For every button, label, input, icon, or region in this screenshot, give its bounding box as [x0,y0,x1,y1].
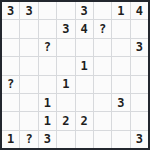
cell-r5c5[interactable] [76,76,93,93]
cell-r4c4[interactable] [57,57,74,74]
cell-r8c3[interactable]: 3 [39,131,56,148]
cell-r8c7[interactable] [112,131,129,148]
cell-r4c2[interactable] [20,57,37,74]
cell-r3c3[interactable]: ? [39,39,56,56]
cell-r6c7[interactable]: 3 [112,94,129,111]
cell-r7c4[interactable]: 2 [57,112,74,129]
cell-r3c2[interactable] [20,39,37,56]
cell-r5c2[interactable] [20,76,37,93]
cell-r2c3[interactable] [39,20,56,37]
cell-r2c5[interactable]: 4 [76,20,93,37]
cell-r1c5[interactable]: 3 [76,2,93,19]
cell-r6c6[interactable] [94,94,111,111]
cell-r5c6[interactable] [94,76,111,93]
cell-r4c3[interactable] [39,57,56,74]
cell-r1c8[interactable]: 4 [131,2,148,19]
cell-r1c6[interactable] [94,2,111,19]
cell-r5c3[interactable] [39,76,56,93]
cell-r7c5[interactable]: 2 [76,112,93,129]
cell-r1c7[interactable]: 1 [112,2,129,19]
cell-r2c1[interactable] [2,20,19,37]
cell-r8c4[interactable] [57,131,74,148]
cell-r6c4[interactable] [57,94,74,111]
cell-r4c8[interactable] [131,57,148,74]
cell-r2c2[interactable] [20,20,37,37]
puzzle-board: 3331434??31?1131221?33 [0,0,150,150]
cell-r1c1[interactable]: 3 [2,2,19,19]
cell-r4c7[interactable] [112,57,129,74]
cell-r4c1[interactable] [2,57,19,74]
cell-r3c1[interactable] [2,39,19,56]
cell-r5c4[interactable]: 1 [57,76,74,93]
cell-r8c6[interactable] [94,131,111,148]
cell-r8c2[interactable]: ? [20,131,37,148]
cell-r2c4[interactable]: 3 [57,20,74,37]
cell-r5c1[interactable]: ? [2,76,19,93]
cell-r6c5[interactable] [76,94,93,111]
cell-r4c6[interactable] [94,57,111,74]
cell-r8c1[interactable]: 1 [2,131,19,148]
cell-r7c6[interactable] [94,112,111,129]
cell-r3c5[interactable] [76,39,93,56]
cell-r7c3[interactable]: 1 [39,112,56,129]
cell-r5c8[interactable] [131,76,148,93]
cell-r2c8[interactable] [131,20,148,37]
cell-r5c7[interactable] [112,76,129,93]
cell-r3c7[interactable] [112,39,129,56]
cell-r6c2[interactable] [20,94,37,111]
cell-r7c8[interactable] [131,112,148,129]
cell-r7c1[interactable] [2,112,19,129]
cell-r7c2[interactable] [20,112,37,129]
cell-r1c3[interactable] [39,2,56,19]
cell-r2c7[interactable] [112,20,129,37]
cell-r8c5[interactable] [76,131,93,148]
cell-r1c2[interactable]: 3 [20,2,37,19]
cell-r6c8[interactable] [131,94,148,111]
cell-r3c8[interactable]: 3 [131,39,148,56]
cell-r4c5[interactable]: 1 [76,57,93,74]
cell-r6c1[interactable] [2,94,19,111]
cell-r1c4[interactable] [57,2,74,19]
cell-r6c3[interactable]: 1 [39,94,56,111]
cell-r3c4[interactable] [57,39,74,56]
cell-r3c6[interactable] [94,39,111,56]
cell-r8c8[interactable]: 3 [131,131,148,148]
cell-r7c7[interactable] [112,112,129,129]
cell-r2c6[interactable]: ? [94,20,111,37]
